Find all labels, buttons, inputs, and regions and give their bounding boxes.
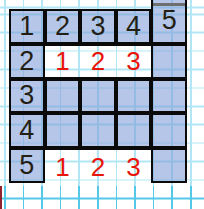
- cell-r2c4[interactable]: 3: [116, 44, 152, 79]
- cell-r5c3[interactable]: 2: [80, 148, 116, 183]
- cell-r5c2[interactable]: 1: [45, 148, 81, 183]
- cell-r5c5: [151, 148, 187, 183]
- cell-r4c5: [151, 113, 187, 148]
- cell-r2c5: [151, 44, 187, 79]
- cell-r4c4: [116, 113, 152, 148]
- cell-r1c5: 5: [151, 0, 187, 44]
- graph-paper: 123452123345123: [0, 0, 204, 209]
- cell-r2c3[interactable]: 2: [80, 44, 116, 79]
- cell-r3c1: 3: [9, 79, 45, 114]
- cell-r2c1: 2: [9, 44, 45, 79]
- margin-line: [0, 186, 2, 209]
- cell-r1c1: 1: [9, 9, 45, 44]
- cell-r4c1: 4: [9, 113, 45, 148]
- cell-r1c3: 3: [80, 9, 116, 44]
- cell-r4c3: [80, 113, 116, 148]
- cell-r5c4[interactable]: 3: [116, 148, 152, 183]
- cell-r3c4: [116, 79, 152, 114]
- cell-r3c2: [45, 79, 81, 114]
- cell-r5c1: 5: [9, 148, 45, 183]
- cell-r1c4: 4: [116, 9, 152, 44]
- cell-r4c2: [45, 113, 81, 148]
- cell-r3c5: [151, 79, 187, 114]
- cell-r2c2[interactable]: 1: [45, 44, 81, 79]
- cell-r1c2: 2: [45, 9, 81, 44]
- worksheet-grid: 123452123345123: [9, 9, 187, 183]
- cell-r3c3: [80, 79, 116, 114]
